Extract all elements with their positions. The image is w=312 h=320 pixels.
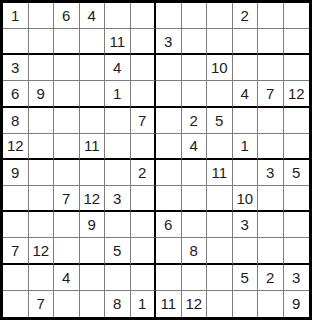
cell-r2c6[interactable] bbox=[131, 29, 157, 55]
cell-r9c7[interactable]: 6 bbox=[156, 212, 182, 238]
cell-r5c5[interactable] bbox=[105, 108, 131, 134]
cell-r5c3[interactable] bbox=[54, 108, 80, 134]
cell-r7c3[interactable] bbox=[54, 160, 80, 186]
cell-r1c9[interactable] bbox=[207, 3, 233, 29]
cell-r8c10[interactable]: 10 bbox=[233, 186, 259, 212]
cell-r6c12[interactable] bbox=[284, 134, 310, 160]
cell-r11c6[interactable] bbox=[131, 265, 157, 291]
cell-r1c10[interactable]: 2 bbox=[233, 3, 259, 29]
cell-r3c7[interactable] bbox=[156, 55, 182, 81]
cell-r10c4[interactable] bbox=[80, 238, 106, 264]
cell-r2c8[interactable] bbox=[182, 29, 208, 55]
cell-r12c5[interactable]: 8 bbox=[105, 291, 131, 317]
cell-r9c3[interactable] bbox=[54, 212, 80, 238]
cell-r9c1[interactable] bbox=[3, 212, 29, 238]
cell-r10c5[interactable]: 5 bbox=[105, 238, 131, 264]
cell-r7c8[interactable] bbox=[182, 160, 208, 186]
cell-r1c6[interactable] bbox=[131, 3, 157, 29]
cell-r12c1[interactable] bbox=[3, 291, 29, 317]
cell-r7c2[interactable] bbox=[29, 160, 55, 186]
cell-r4c11[interactable]: 7 bbox=[258, 81, 284, 107]
cell-r10c7[interactable] bbox=[156, 238, 182, 264]
cell-r10c8[interactable]: 8 bbox=[182, 238, 208, 264]
cell-r7c4[interactable] bbox=[80, 160, 106, 186]
cell-r4c5[interactable]: 1 bbox=[105, 81, 131, 107]
cell-r9c4[interactable]: 9 bbox=[80, 212, 106, 238]
cell-r5c8[interactable]: 2 bbox=[182, 108, 208, 134]
cell-r2c12[interactable] bbox=[284, 29, 310, 55]
cell-r10c6[interactable] bbox=[131, 238, 157, 264]
cell-r4c7[interactable] bbox=[156, 81, 182, 107]
cell-r3c9[interactable]: 10 bbox=[207, 55, 233, 81]
cell-r12c3[interactable] bbox=[54, 291, 80, 317]
cell-r3c10[interactable] bbox=[233, 55, 259, 81]
cell-r9c6[interactable] bbox=[131, 212, 157, 238]
cell-r10c11[interactable] bbox=[258, 238, 284, 264]
cell-r5c10[interactable] bbox=[233, 108, 259, 134]
cell-r10c3[interactable] bbox=[54, 238, 80, 264]
cell-r3c8[interactable] bbox=[182, 55, 208, 81]
cell-r8c11[interactable] bbox=[258, 186, 284, 212]
cell-r1c2[interactable] bbox=[29, 3, 55, 29]
cell-r12c10[interactable] bbox=[233, 291, 259, 317]
cell-r2c5[interactable]: 11 bbox=[105, 29, 131, 55]
cell-r12c9[interactable] bbox=[207, 291, 233, 317]
cell-r7c6[interactable]: 2 bbox=[131, 160, 157, 186]
cell-r1c3[interactable]: 6 bbox=[54, 3, 80, 29]
cell-r11c5[interactable] bbox=[105, 265, 131, 291]
cell-r3c1[interactable]: 3 bbox=[3, 55, 29, 81]
cell-r9c8[interactable] bbox=[182, 212, 208, 238]
cell-r10c1[interactable]: 7 bbox=[3, 238, 29, 264]
cell-r9c2[interactable] bbox=[29, 212, 55, 238]
cell-r1c5[interactable] bbox=[105, 3, 131, 29]
cell-r9c10[interactable]: 3 bbox=[233, 212, 259, 238]
cell-r3c11[interactable] bbox=[258, 55, 284, 81]
cell-r7c7[interactable] bbox=[156, 160, 182, 186]
cell-r5c4[interactable] bbox=[80, 108, 106, 134]
cell-r4c8[interactable] bbox=[182, 81, 208, 107]
cell-r10c2[interactable]: 12 bbox=[29, 238, 55, 264]
cell-r8c4[interactable]: 12 bbox=[80, 186, 106, 212]
cell-r4c6[interactable] bbox=[131, 81, 157, 107]
cell-r1c1[interactable]: 1 bbox=[3, 3, 29, 29]
cell-r5c2[interactable] bbox=[29, 108, 55, 134]
cell-r6c5[interactable] bbox=[105, 134, 131, 160]
cell-r12c6[interactable]: 1 bbox=[131, 291, 157, 317]
cell-r6c9[interactable] bbox=[207, 134, 233, 160]
cell-r9c9[interactable] bbox=[207, 212, 233, 238]
cell-r9c5[interactable] bbox=[105, 212, 131, 238]
cell-r7c11[interactable]: 3 bbox=[258, 160, 284, 186]
cell-r11c7[interactable] bbox=[156, 265, 182, 291]
cell-r8c1[interactable] bbox=[3, 186, 29, 212]
cell-r10c12[interactable] bbox=[284, 238, 310, 264]
cell-r7c12[interactable]: 5 bbox=[284, 160, 310, 186]
cell-r1c4[interactable]: 4 bbox=[80, 3, 106, 29]
cell-r1c12[interactable] bbox=[284, 3, 310, 29]
cell-r5c9[interactable]: 5 bbox=[207, 108, 233, 134]
cell-r1c8[interactable] bbox=[182, 3, 208, 29]
cell-r10c9[interactable] bbox=[207, 238, 233, 264]
cell-r8c6[interactable] bbox=[131, 186, 157, 212]
cell-r1c7[interactable] bbox=[156, 3, 182, 29]
cell-r11c12[interactable]: 3 bbox=[284, 265, 310, 291]
cell-r11c3[interactable]: 4 bbox=[54, 265, 80, 291]
cell-r3c3[interactable] bbox=[54, 55, 80, 81]
cell-r12c12[interactable]: 9 bbox=[284, 291, 310, 317]
cell-r8c2[interactable] bbox=[29, 186, 55, 212]
cell-r4c1[interactable]: 6 bbox=[3, 81, 29, 107]
cell-r2c2[interactable] bbox=[29, 29, 55, 55]
cell-r11c2[interactable] bbox=[29, 265, 55, 291]
cell-r2c3[interactable] bbox=[54, 29, 80, 55]
cell-r7c1[interactable]: 9 bbox=[3, 160, 29, 186]
cell-r5c11[interactable] bbox=[258, 108, 284, 134]
cell-r2c1[interactable] bbox=[3, 29, 29, 55]
cell-r7c10[interactable] bbox=[233, 160, 259, 186]
cell-r6c6[interactable] bbox=[131, 134, 157, 160]
cell-r9c12[interactable] bbox=[284, 212, 310, 238]
cell-r4c2[interactable]: 9 bbox=[29, 81, 55, 107]
cell-r6c2[interactable] bbox=[29, 134, 55, 160]
cell-r4c10[interactable]: 4 bbox=[233, 81, 259, 107]
cell-r2c9[interactable] bbox=[207, 29, 233, 55]
cell-r3c2[interactable] bbox=[29, 55, 55, 81]
cell-r6c10[interactable]: 1 bbox=[233, 134, 259, 160]
cell-r9c11[interactable] bbox=[258, 212, 284, 238]
cell-r6c8[interactable]: 4 bbox=[182, 134, 208, 160]
cell-r10c10[interactable] bbox=[233, 238, 259, 264]
cell-r3c4[interactable] bbox=[80, 55, 106, 81]
cell-r4c9[interactable] bbox=[207, 81, 233, 107]
cell-r5c1[interactable]: 8 bbox=[3, 108, 29, 134]
cell-r8c5[interactable]: 3 bbox=[105, 186, 131, 212]
cell-r11c11[interactable]: 2 bbox=[258, 265, 284, 291]
puzzle-page: 1642113341069147128725121141921135712310… bbox=[0, 0, 312, 320]
cell-r6c7[interactable] bbox=[156, 134, 182, 160]
cell-r11c10[interactable]: 5 bbox=[233, 265, 259, 291]
cell-r5c12[interactable] bbox=[284, 108, 310, 134]
cell-r11c4[interactable] bbox=[80, 265, 106, 291]
cell-r1c11[interactable] bbox=[258, 3, 284, 29]
cell-r12c11[interactable] bbox=[258, 291, 284, 317]
cell-r2c4[interactable] bbox=[80, 29, 106, 55]
cell-r4c12[interactable]: 12 bbox=[284, 81, 310, 107]
cell-r3c5[interactable]: 4 bbox=[105, 55, 131, 81]
cell-r8c12[interactable] bbox=[284, 186, 310, 212]
cell-r4c4[interactable] bbox=[80, 81, 106, 107]
cell-r3c12[interactable] bbox=[284, 55, 310, 81]
cell-r11c1[interactable] bbox=[3, 265, 29, 291]
cell-r12c7[interactable]: 11 bbox=[156, 291, 182, 317]
cell-r5c7[interactable] bbox=[156, 108, 182, 134]
cell-r8c3[interactable]: 7 bbox=[54, 186, 80, 212]
cell-r11c9[interactable] bbox=[207, 265, 233, 291]
cell-r8c7[interactable] bbox=[156, 186, 182, 212]
cell-r12c4[interactable] bbox=[80, 291, 106, 317]
cell-r3c6[interactable] bbox=[131, 55, 157, 81]
cell-r6c4[interactable]: 11 bbox=[80, 134, 106, 160]
cell-r7c9[interactable]: 11 bbox=[207, 160, 233, 186]
cell-r11c8[interactable] bbox=[182, 265, 208, 291]
cell-r12c2[interactable]: 7 bbox=[29, 291, 55, 317]
cell-r4c3[interactable] bbox=[54, 81, 80, 107]
cell-r2c11[interactable] bbox=[258, 29, 284, 55]
cell-r8c9[interactable] bbox=[207, 186, 233, 212]
cell-r2c7[interactable]: 3 bbox=[156, 29, 182, 55]
cell-r6c11[interactable] bbox=[258, 134, 284, 160]
cell-r12c8[interactable]: 12 bbox=[182, 291, 208, 317]
cell-r8c8[interactable] bbox=[182, 186, 208, 212]
cell-r7c5[interactable] bbox=[105, 160, 131, 186]
sudoku-board: 1642113341069147128725121141921135712310… bbox=[0, 0, 312, 320]
cell-r5c6[interactable]: 7 bbox=[131, 108, 157, 134]
cell-r2c10[interactable] bbox=[233, 29, 259, 55]
cell-r6c3[interactable] bbox=[54, 134, 80, 160]
cell-r6c1[interactable]: 12 bbox=[3, 134, 29, 160]
